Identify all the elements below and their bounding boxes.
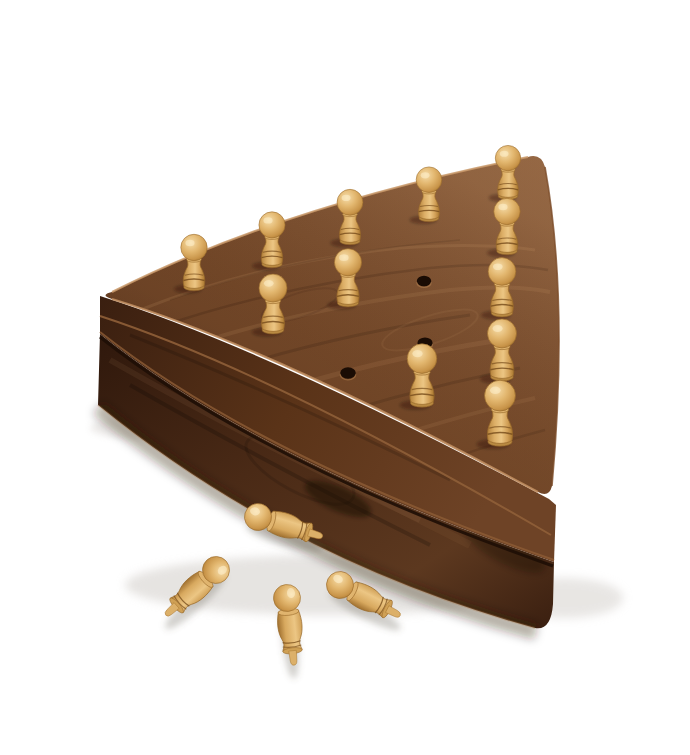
empty-hole-r3c1[interactable] bbox=[340, 367, 356, 380]
peg-head bbox=[407, 344, 437, 374]
peg-head bbox=[334, 249, 361, 276]
peg-head bbox=[259, 274, 287, 302]
peg-head bbox=[495, 145, 520, 170]
peg-head bbox=[494, 198, 520, 224]
peg-head bbox=[259, 212, 285, 238]
empty-hole-r2c3[interactable] bbox=[417, 276, 431, 288]
peg-head bbox=[487, 319, 516, 348]
peg-solitaire-scene bbox=[0, 0, 690, 755]
peg-head bbox=[485, 380, 516, 411]
product-photo bbox=[0, 0, 690, 755]
peg-head bbox=[181, 234, 207, 260]
peg-head bbox=[488, 258, 516, 286]
peg-head bbox=[337, 189, 363, 215]
peg-head bbox=[416, 167, 442, 193]
